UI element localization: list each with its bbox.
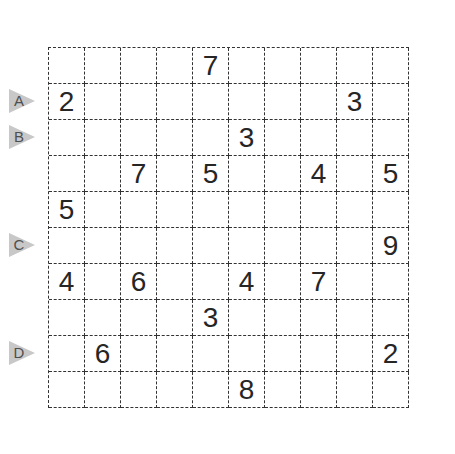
- given-digit: 7: [131, 160, 147, 188]
- cell-r6c4[interactable]: [157, 228, 193, 264]
- cell-r1c6[interactable]: [229, 48, 265, 84]
- cell-r10c9[interactable]: [337, 372, 373, 408]
- cell-r8c4[interactable]: [157, 300, 193, 336]
- cell-r9c5[interactable]: [193, 336, 229, 372]
- cell-r2c6[interactable]: [229, 84, 265, 120]
- given-digit: 3: [203, 304, 219, 332]
- row-marker-label: D: [12, 341, 26, 365]
- cell-r2c7[interactable]: [265, 84, 301, 120]
- given-digit: 5: [59, 196, 75, 224]
- cell-r4c9[interactable]: [337, 156, 373, 192]
- cell-r5c4[interactable]: [157, 192, 193, 228]
- given-digit: 6: [131, 268, 147, 296]
- cell-r5c2[interactable]: [85, 192, 121, 228]
- cell-r3c9[interactable]: [337, 120, 373, 156]
- cell-r2c8[interactable]: [301, 84, 337, 120]
- cell-r1c3[interactable]: [121, 48, 157, 84]
- cell-r10c6[interactable]: 8: [229, 372, 265, 408]
- given-digit: 3: [347, 88, 363, 116]
- cell-r4c8[interactable]: 4: [301, 156, 337, 192]
- given-digit: 9: [383, 232, 399, 260]
- row-marker-label: A: [12, 89, 26, 113]
- cell-r7c5[interactable]: [193, 264, 229, 300]
- cell-r6c6[interactable]: [229, 228, 265, 264]
- cell-r1c7[interactable]: [265, 48, 301, 84]
- cell-r7c9[interactable]: [337, 264, 373, 300]
- given-digit: 5: [203, 160, 219, 188]
- row-marker-D: D: [9, 341, 35, 365]
- cell-r9c8[interactable]: [301, 336, 337, 372]
- given-digit: 8: [239, 376, 255, 404]
- cell-r5c9[interactable]: [337, 192, 373, 228]
- cell-r7c6[interactable]: 4: [229, 264, 265, 300]
- cell-r8c3[interactable]: [121, 300, 157, 336]
- given-digit: 4: [239, 268, 255, 296]
- row-marker-A: A: [9, 89, 35, 113]
- cell-r7c8[interactable]: 7: [301, 264, 337, 300]
- cell-r2c4[interactable]: [157, 84, 193, 120]
- cell-r3c10[interactable]: [373, 120, 409, 156]
- given-digit: 6: [95, 340, 111, 368]
- cell-r2c1[interactable]: 2: [49, 84, 85, 120]
- cell-r9c1[interactable]: [49, 336, 85, 372]
- cell-r9c3[interactable]: [121, 336, 157, 372]
- cell-r5c7[interactable]: [265, 192, 301, 228]
- cell-r8c8[interactable]: [301, 300, 337, 336]
- cell-r3c8[interactable]: [301, 120, 337, 156]
- cell-r9c2[interactable]: 6: [85, 336, 121, 372]
- puzzle-canvas: 723375455946473628 ABCD: [0, 0, 455, 454]
- cell-r4c6[interactable]: [229, 156, 265, 192]
- cell-r1c5[interactable]: 7: [193, 48, 229, 84]
- cell-r9c7[interactable]: [265, 336, 301, 372]
- cell-r2c3[interactable]: [121, 84, 157, 120]
- cell-r4c7[interactable]: [265, 156, 301, 192]
- cell-r7c4[interactable]: [157, 264, 193, 300]
- cell-r2c5[interactable]: [193, 84, 229, 120]
- cell-r1c8[interactable]: [301, 48, 337, 84]
- cell-r5c1[interactable]: 5: [49, 192, 85, 228]
- cell-r3c2[interactable]: [85, 120, 121, 156]
- cell-r1c4[interactable]: [157, 48, 193, 84]
- cell-r6c3[interactable]: [121, 228, 157, 264]
- cell-r8c9[interactable]: [337, 300, 373, 336]
- cell-r7c10[interactable]: [373, 264, 409, 300]
- cell-r5c6[interactable]: [229, 192, 265, 228]
- cell-r3c3[interactable]: [121, 120, 157, 156]
- cell-r2c2[interactable]: [85, 84, 121, 120]
- cell-r1c10[interactable]: [373, 48, 409, 84]
- cell-r4c2[interactable]: [85, 156, 121, 192]
- given-digit: 7: [311, 268, 327, 296]
- cell-r2c9[interactable]: 3: [337, 84, 373, 120]
- cell-r2c10[interactable]: [373, 84, 409, 120]
- cell-r3c5[interactable]: [193, 120, 229, 156]
- cell-r8c2[interactable]: [85, 300, 121, 336]
- cell-r5c10[interactable]: [373, 192, 409, 228]
- cell-r4c10[interactable]: 5: [373, 156, 409, 192]
- cell-r9c9[interactable]: [337, 336, 373, 372]
- cell-r8c1[interactable]: [49, 300, 85, 336]
- fillomino-board: 723375455946473628: [48, 47, 409, 408]
- cell-r10c5[interactable]: [193, 372, 229, 408]
- cell-r3c1[interactable]: [49, 120, 85, 156]
- cell-r10c8[interactable]: [301, 372, 337, 408]
- row-marker-B: B: [9, 125, 35, 149]
- cell-r10c3[interactable]: [121, 372, 157, 408]
- cell-r9c10[interactable]: 2: [373, 336, 409, 372]
- given-digit: 4: [311, 160, 327, 188]
- cell-r7c2[interactable]: [85, 264, 121, 300]
- cell-r3c6[interactable]: 3: [229, 120, 265, 156]
- cell-r1c9[interactable]: [337, 48, 373, 84]
- cell-r1c1[interactable]: [49, 48, 85, 84]
- cell-r6c1[interactable]: [49, 228, 85, 264]
- cell-r8c6[interactable]: [229, 300, 265, 336]
- given-digit: 7: [203, 52, 219, 80]
- cell-r10c2[interactable]: [85, 372, 121, 408]
- row-marker-label: B: [12, 125, 26, 149]
- given-digit: 3: [239, 124, 255, 152]
- cell-r6c8[interactable]: [301, 228, 337, 264]
- cell-r5c5[interactable]: [193, 192, 229, 228]
- cell-r3c7[interactable]: [265, 120, 301, 156]
- cell-r10c10[interactable]: [373, 372, 409, 408]
- cell-r5c3[interactable]: [121, 192, 157, 228]
- cell-r10c1[interactable]: [49, 372, 85, 408]
- cell-r3c4[interactable]: [157, 120, 193, 156]
- given-digit: 5: [383, 160, 399, 188]
- cell-r6c2[interactable]: [85, 228, 121, 264]
- cell-r6c9[interactable]: [337, 228, 373, 264]
- given-digit: 4: [59, 268, 75, 296]
- cell-r8c10[interactable]: [373, 300, 409, 336]
- row-marker-label: C: [12, 233, 26, 257]
- given-digit: 2: [59, 88, 75, 116]
- cell-r4c3[interactable]: 7: [121, 156, 157, 192]
- cell-r10c4[interactable]: [157, 372, 193, 408]
- cell-r9c6[interactable]: [229, 336, 265, 372]
- cell-r6c10[interactable]: 9: [373, 228, 409, 264]
- cell-r7c1[interactable]: 4: [49, 264, 85, 300]
- cell-r1c2[interactable]: [85, 48, 121, 84]
- cell-r4c4[interactable]: [157, 156, 193, 192]
- cell-r6c5[interactable]: [193, 228, 229, 264]
- cell-r9c4[interactable]: [157, 336, 193, 372]
- cell-r8c7[interactable]: [265, 300, 301, 336]
- cell-r4c5[interactable]: 5: [193, 156, 229, 192]
- row-marker-C: C: [9, 233, 35, 257]
- cell-r4c1[interactable]: [49, 156, 85, 192]
- cell-r6c7[interactable]: [265, 228, 301, 264]
- cell-r5c8[interactable]: [301, 192, 337, 228]
- cell-r10c7[interactable]: [265, 372, 301, 408]
- given-digit: 2: [383, 340, 399, 368]
- cell-r7c7[interactable]: [265, 264, 301, 300]
- cell-r7c3[interactable]: 6: [121, 264, 157, 300]
- cell-r8c5[interactable]: 3: [193, 300, 229, 336]
